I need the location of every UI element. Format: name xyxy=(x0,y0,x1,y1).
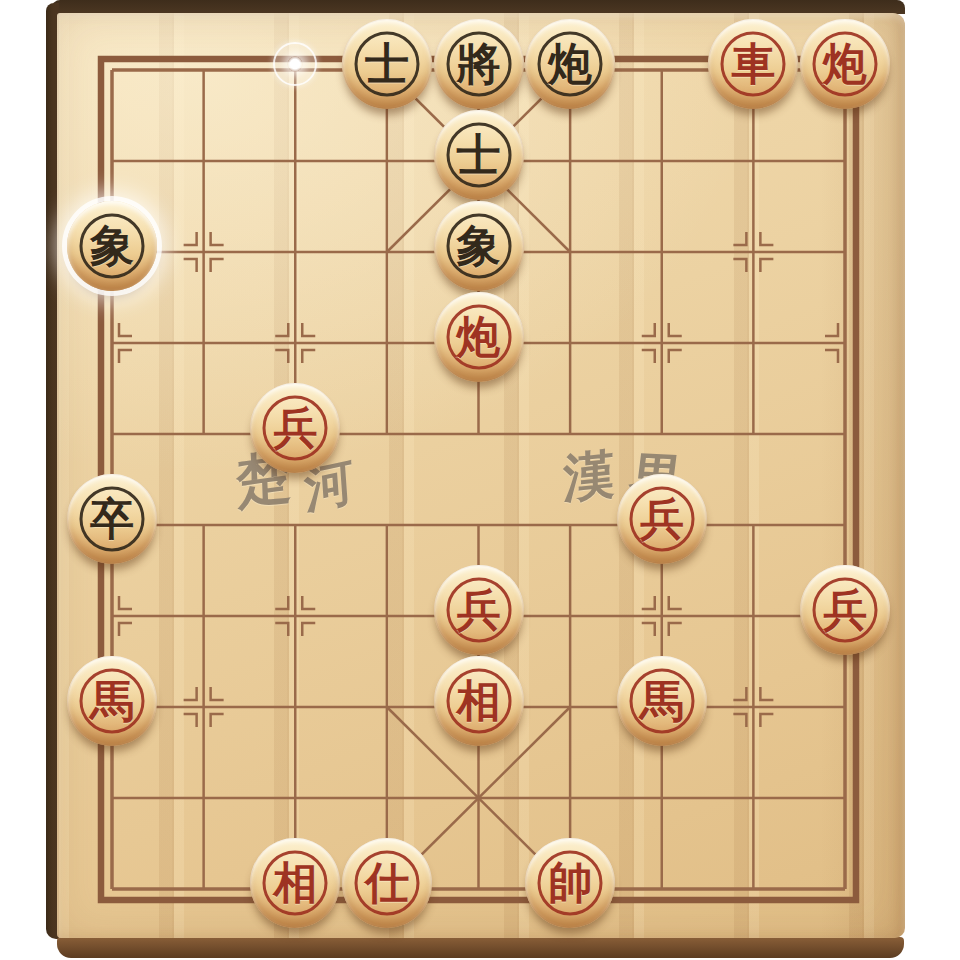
red-soldier[interactable]: 兵 xyxy=(800,565,890,655)
piece-glyph: 象 xyxy=(90,224,134,268)
piece-grid[interactable]: 士將炮車炮士象象炮兵卒兵兵兵馬相馬相仕帥 xyxy=(66,25,891,935)
black-elephant[interactable]: 象 xyxy=(67,201,157,291)
piece-glyph: 車 xyxy=(731,42,775,86)
red-soldier[interactable]: 兵 xyxy=(250,383,340,473)
piece-glyph: 士 xyxy=(365,42,409,86)
piece-glyph: 象 xyxy=(457,224,501,268)
piece-glyph: 馬 xyxy=(90,679,134,723)
piece-glyph: 馬 xyxy=(640,679,684,723)
piece-glyph: 相 xyxy=(273,861,317,905)
piece-glyph: 士 xyxy=(457,133,501,177)
piece-glyph: 炮 xyxy=(823,42,867,86)
black-elephant[interactable]: 象 xyxy=(434,201,524,291)
board-edge-bottom xyxy=(57,937,904,958)
piece-glyph: 相 xyxy=(457,679,501,723)
red-chariot[interactable]: 車 xyxy=(708,19,798,109)
red-cannon[interactable]: 炮 xyxy=(434,292,524,382)
red-elephant[interactable]: 相 xyxy=(250,838,340,928)
board-edge-top xyxy=(52,0,905,14)
piece-glyph: 仕 xyxy=(365,861,409,905)
piece-glyph: 帥 xyxy=(548,861,592,905)
black-general[interactable]: 將 xyxy=(434,19,524,109)
red-horse[interactable]: 馬 xyxy=(67,656,157,746)
black-cannon[interactable]: 炮 xyxy=(525,19,615,109)
piece-glyph: 兵 xyxy=(823,588,867,632)
black-advisor[interactable]: 士 xyxy=(434,110,524,200)
piece-glyph: 炮 xyxy=(457,315,501,359)
xiangqi-app: 楚 河 漢 界 士將炮車炮士象象炮兵卒兵兵兵馬相馬相仕帥 xyxy=(0,0,960,960)
piece-glyph: 兵 xyxy=(273,406,317,450)
red-cannon[interactable]: 炮 xyxy=(800,19,890,109)
red-soldier[interactable]: 兵 xyxy=(617,474,707,564)
piece-glyph: 炮 xyxy=(548,42,592,86)
black-soldier[interactable]: 卒 xyxy=(67,474,157,564)
red-advisor[interactable]: 仕 xyxy=(342,838,432,928)
piece-glyph: 將 xyxy=(457,42,501,86)
red-elephant[interactable]: 相 xyxy=(434,656,524,746)
piece-glyph: 卒 xyxy=(90,497,134,541)
red-soldier[interactable]: 兵 xyxy=(434,565,524,655)
piece-glyph: 兵 xyxy=(640,497,684,541)
piece-glyph: 兵 xyxy=(457,588,501,632)
red-horse[interactable]: 馬 xyxy=(617,656,707,746)
red-general[interactable]: 帥 xyxy=(525,838,615,928)
black-advisor[interactable]: 士 xyxy=(342,19,432,109)
